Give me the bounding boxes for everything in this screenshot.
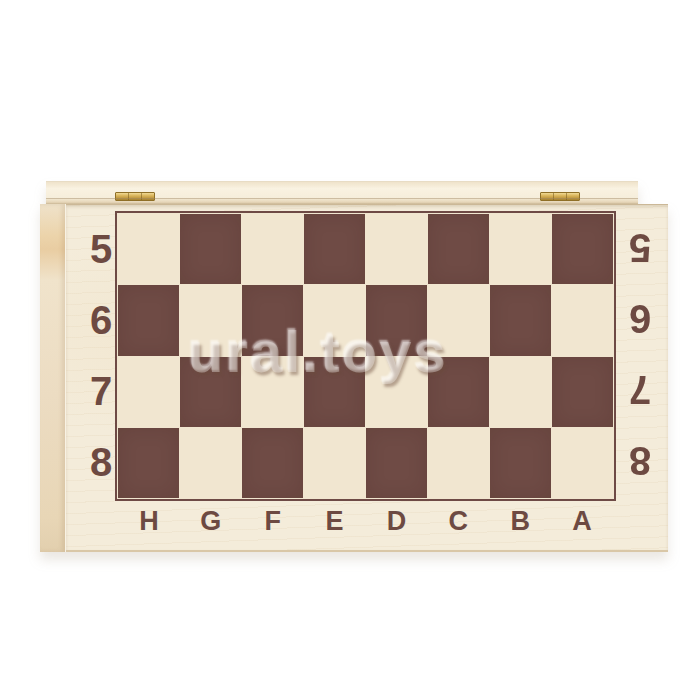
square-e7 bbox=[304, 357, 365, 427]
file-label-f: F bbox=[242, 505, 304, 537]
square-a7 bbox=[552, 357, 613, 427]
square-a5 bbox=[552, 214, 613, 284]
square-e8 bbox=[304, 428, 365, 498]
square-a8 bbox=[552, 428, 613, 498]
box-back-edge bbox=[46, 181, 638, 204]
square-f6 bbox=[242, 285, 303, 355]
file-label-a: A bbox=[551, 505, 613, 537]
square-c7 bbox=[428, 357, 489, 427]
rank-label-7-right: 7 bbox=[618, 355, 662, 426]
file-label-b: B bbox=[489, 505, 551, 537]
square-f8 bbox=[242, 428, 303, 498]
square-c5 bbox=[428, 214, 489, 284]
square-d5 bbox=[366, 214, 427, 284]
square-h8 bbox=[118, 428, 179, 498]
rank-label-6-right: 6 bbox=[618, 284, 662, 355]
board-grid bbox=[118, 214, 613, 498]
ranks-right: 5678 bbox=[618, 213, 662, 497]
rank-label-7-left: 7 bbox=[79, 355, 123, 426]
square-f7 bbox=[242, 357, 303, 427]
square-g5 bbox=[180, 214, 241, 284]
square-c6 bbox=[428, 285, 489, 355]
right-hinge bbox=[540, 192, 580, 201]
square-h7 bbox=[118, 357, 179, 427]
rank-label-6-left: 6 bbox=[79, 284, 123, 355]
square-e6 bbox=[304, 285, 365, 355]
square-g6 bbox=[180, 285, 241, 355]
box-side-face bbox=[40, 204, 66, 552]
file-label-g: G bbox=[180, 505, 242, 537]
left-hinge bbox=[115, 192, 155, 201]
square-g8 bbox=[180, 428, 241, 498]
square-d8 bbox=[366, 428, 427, 498]
square-g7 bbox=[180, 357, 241, 427]
square-h5 bbox=[118, 214, 179, 284]
files-row: HGFEDCBA bbox=[118, 505, 613, 537]
file-label-d: D bbox=[366, 505, 428, 537]
square-d6 bbox=[366, 285, 427, 355]
square-e5 bbox=[304, 214, 365, 284]
square-h6 bbox=[118, 285, 179, 355]
product-photo-scene: 5678 5678 HGFEDCBA ural.toys bbox=[0, 0, 700, 700]
rank-label-5-left: 5 bbox=[79, 213, 123, 284]
ranks-left: 5678 bbox=[79, 213, 123, 497]
rank-label-5-right: 5 bbox=[618, 213, 662, 284]
rank-label-8-left: 8 bbox=[79, 426, 123, 497]
square-b6 bbox=[490, 285, 551, 355]
file-label-c: C bbox=[427, 505, 489, 537]
chess-box: 5678 5678 HGFEDCBA ural.toys bbox=[40, 181, 668, 552]
square-b7 bbox=[490, 357, 551, 427]
square-f5 bbox=[242, 214, 303, 284]
file-label-h: H bbox=[118, 505, 180, 537]
rank-label-8-right: 8 bbox=[618, 426, 662, 497]
square-b8 bbox=[490, 428, 551, 498]
square-d7 bbox=[366, 357, 427, 427]
square-b5 bbox=[490, 214, 551, 284]
board-frame bbox=[115, 211, 616, 501]
square-c8 bbox=[428, 428, 489, 498]
square-a6 bbox=[552, 285, 613, 355]
box-body: 5678 5678 HGFEDCBA ural.toys bbox=[40, 204, 668, 552]
board-face: 5678 5678 HGFEDCBA ural.toys bbox=[66, 204, 668, 552]
file-label-e: E bbox=[304, 505, 366, 537]
